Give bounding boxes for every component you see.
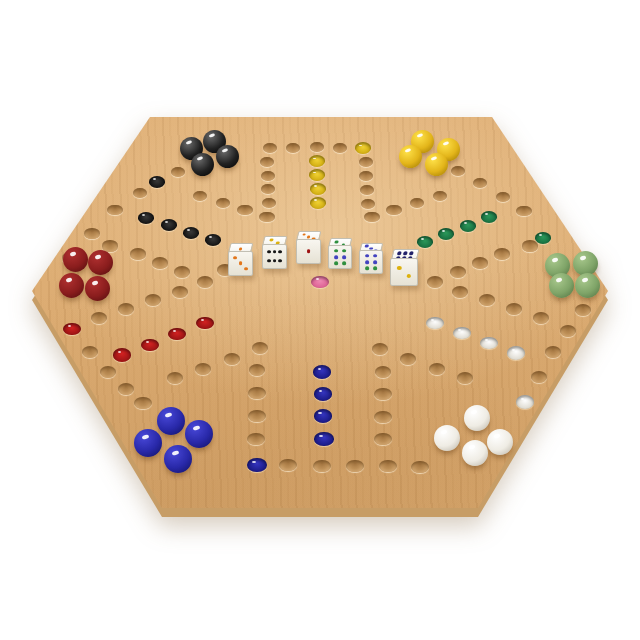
die-pip (233, 256, 237, 260)
die-pip (342, 249, 346, 252)
die-pip (273, 250, 277, 254)
die-pip (335, 241, 339, 244)
die-pip (396, 252, 401, 255)
die-pip (278, 250, 282, 254)
die-pip (342, 262, 346, 265)
die-pip (365, 254, 369, 257)
die-pip (365, 267, 369, 270)
die-6[interactable] (390, 249, 416, 286)
die-pip (373, 267, 377, 270)
die-front-face (262, 244, 287, 269)
die-pip (239, 247, 244, 250)
die-5[interactable] (359, 243, 381, 274)
die-pip (406, 274, 410, 278)
die-front-face (296, 239, 321, 264)
die-pip (373, 261, 377, 264)
die-pip (239, 261, 243, 265)
die-pip (397, 266, 401, 270)
board (0, 0, 640, 640)
die-pip (244, 267, 248, 271)
dice-layer (0, 0, 640, 640)
die-pip (334, 262, 338, 265)
board-photo (0, 0, 640, 640)
die-pip (342, 256, 346, 259)
die-pip (334, 256, 338, 259)
die-front-face (328, 245, 352, 269)
die-pip (402, 252, 407, 255)
die-pip (278, 259, 282, 263)
die-front-face (359, 250, 383, 274)
die-pip (273, 259, 277, 263)
die-pip (334, 249, 338, 252)
die-3[interactable] (296, 231, 319, 264)
die-pip (267, 259, 271, 263)
die-pip (408, 252, 413, 255)
die-pip (307, 249, 311, 253)
die-pip (365, 261, 369, 264)
die-pip (373, 254, 377, 257)
die-pip (267, 250, 271, 254)
die-2[interactable] (262, 236, 285, 269)
die-4[interactable] (328, 238, 350, 269)
die-front-face (228, 251, 253, 276)
die-pip (269, 239, 274, 242)
die-front-face (390, 258, 418, 286)
die-1[interactable] (228, 243, 251, 276)
